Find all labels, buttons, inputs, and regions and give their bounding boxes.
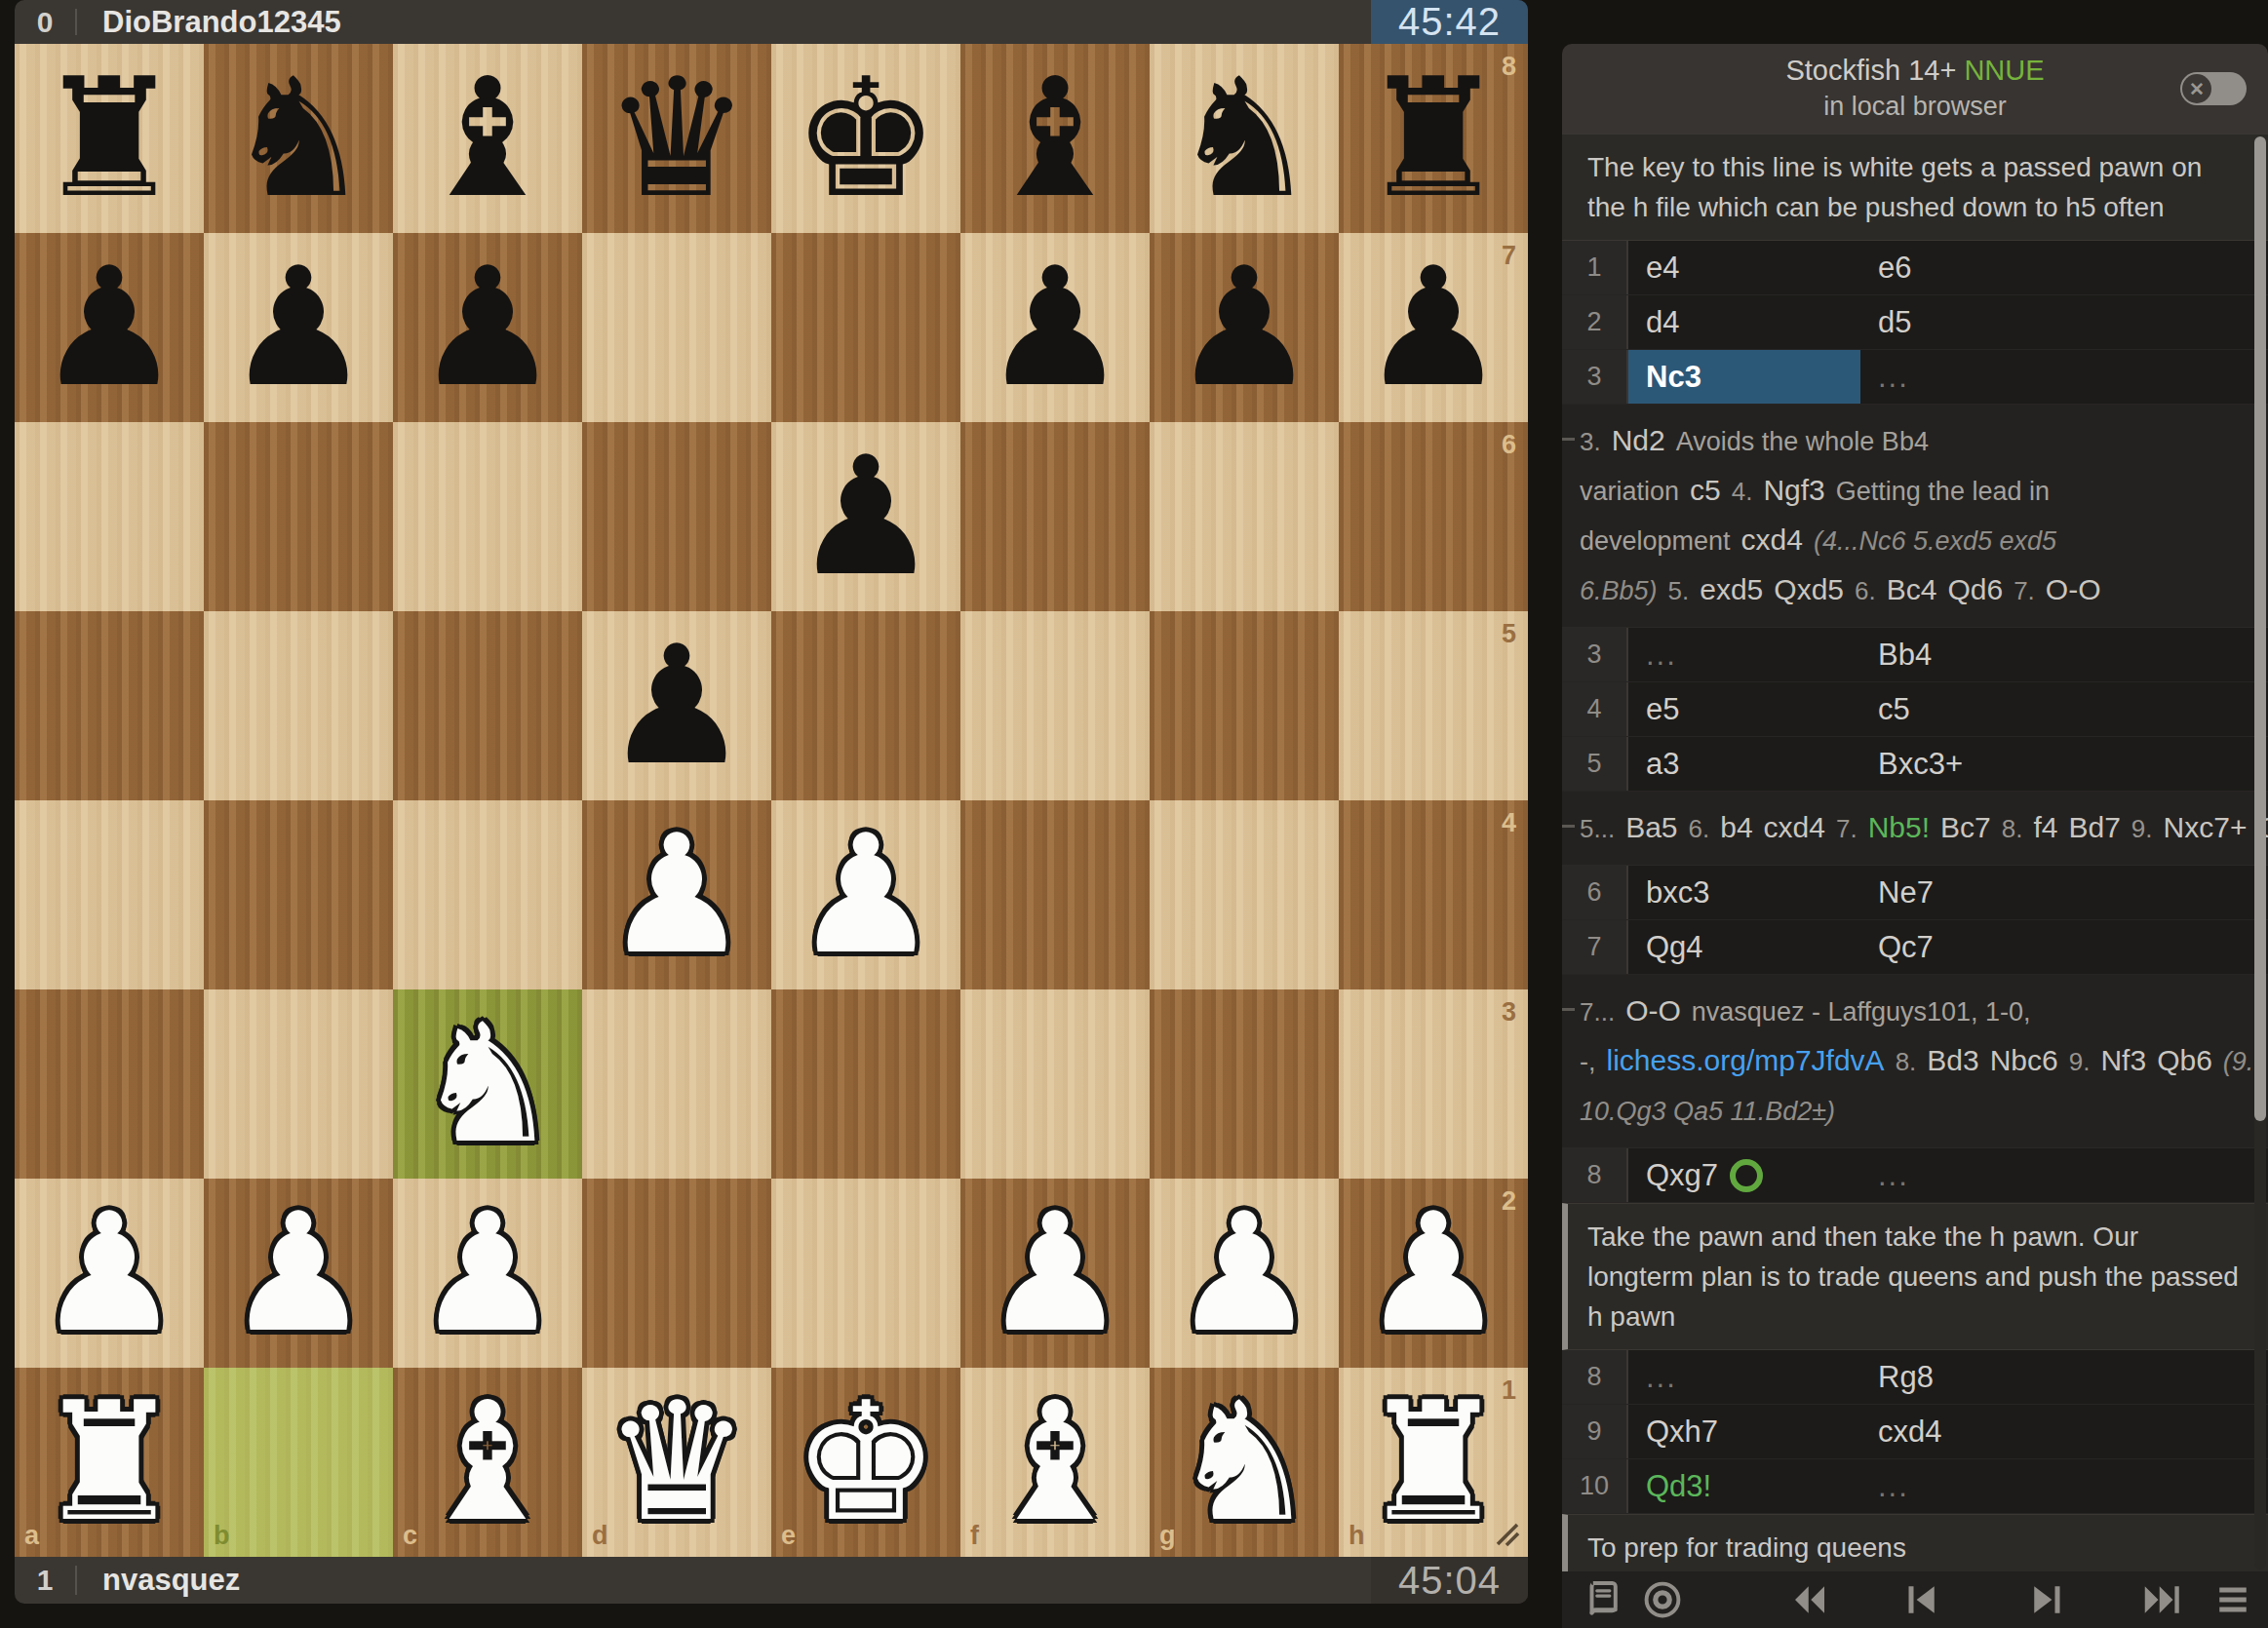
variation-move[interactable]: Ba5: [1625, 811, 1677, 843]
square-b6[interactable]: [204, 422, 393, 611]
player-bar-black: 0 DioBrando12345 45:42: [15, 0, 1528, 44]
square-f3[interactable]: [960, 989, 1150, 1179]
rank-label-6: 6: [1502, 430, 1516, 460]
scrollbar-thumb[interactable]: [2254, 136, 2266, 1121]
variation-move-number: 7...: [1580, 997, 1615, 1027]
board-column: 0 DioBrando12345 45:42 ♜♞♝♛♚♝♞♜8♟♟♟♟♟♟7♟…: [15, 0, 1528, 1604]
square-e1[interactable]: ♚e: [771, 1368, 960, 1557]
square-g4[interactable]: [1150, 800, 1339, 989]
black-move[interactable]: Rg8: [1860, 1350, 2268, 1404]
square-a7[interactable]: ♟: [15, 233, 204, 422]
black-move[interactable]: ...: [1860, 1148, 2268, 1202]
white-move[interactable]: Qxh7: [1628, 1405, 1860, 1458]
target-button[interactable]: [1642, 1579, 1683, 1620]
variation-move-number: 5.: [1668, 576, 1690, 605]
variation-move[interactable]: Bc7: [1940, 811, 1991, 843]
file-label-d: d: [592, 1521, 608, 1551]
move-number: 8: [1562, 1148, 1628, 1202]
variation-move-number: 6.: [1855, 576, 1876, 605]
variation-move[interactable]: O-O: [2046, 573, 2101, 605]
square-e7[interactable]: [771, 233, 960, 422]
variation-line: 7...O-Onvasquez - Laffguys101, 1-0, -,li…: [1562, 975, 2268, 1148]
variation-move-number: 8.: [1896, 1047, 1917, 1076]
variation-move[interactable]: Nf3: [2100, 1044, 2146, 1076]
square-a5[interactable]: [15, 611, 204, 800]
square-b4[interactable]: [204, 800, 393, 989]
engine-nnue-badge: NNUE: [1964, 55, 2044, 86]
white-pawn-piece[interactable]: ♟: [1360, 1191, 1507, 1355]
variation-move-number: 5...: [1580, 814, 1615, 843]
square-c8[interactable]: ♝: [393, 44, 582, 233]
variation-link[interactable]: lichess.org/mp7JfdvA: [1607, 1044, 1885, 1076]
skip-to-start-icon: [1788, 1580, 1831, 1619]
square-f2[interactable]: ♟: [960, 1179, 1150, 1368]
white-move[interactable]: ...: [1628, 628, 1860, 681]
move-list: The key to this line is white gets a pas…: [1562, 134, 2268, 1571]
black-pawn-piece[interactable]: ♟: [982, 246, 1129, 409]
menu-button[interactable]: [2213, 1580, 2252, 1619]
player-bar-white: 1 nvasquez 45:04: [15, 1557, 1528, 1604]
move-row: 8...Rg8: [1562, 1350, 2268, 1405]
next-button[interactable]: [2028, 1580, 2067, 1619]
black-pawn-piece[interactable]: ♟: [225, 246, 372, 409]
file-label-f: f: [970, 1521, 979, 1551]
file-label-h: h: [1349, 1521, 1365, 1551]
variation-move[interactable]: Bc4: [1887, 573, 1937, 605]
square-a1[interactable]: ♜a: [15, 1368, 204, 1557]
square-h4[interactable]: 4: [1339, 800, 1528, 989]
comment-block: To prep for trading queens: [1562, 1514, 2268, 1571]
move-row: 3...Bb4: [1562, 628, 2268, 682]
variation-move-number: 7.: [1836, 814, 1857, 843]
variation-move[interactable]: Ngf3: [1763, 474, 1824, 506]
white-move[interactable]: Nc3: [1628, 350, 1860, 404]
square-e5[interactable]: [771, 611, 960, 800]
white-bishop-piece[interactable]: ♝: [982, 1380, 1129, 1544]
square-a2[interactable]: ♟: [15, 1179, 204, 1368]
next-move-icon: [2028, 1580, 2067, 1619]
square-c3[interactable]: ♞: [393, 989, 582, 1179]
previous-move-icon: [1901, 1580, 1940, 1619]
rank-label-5: 5: [1502, 619, 1516, 649]
square-a8[interactable]: ♜: [15, 44, 204, 233]
white-knight-piece[interactable]: ♞: [414, 1002, 562, 1166]
move-number: 3: [1562, 628, 1628, 681]
square-e3[interactable]: [771, 989, 960, 1179]
white-pawn-piece[interactable]: ♟: [1171, 1191, 1318, 1355]
engine-subtitle: in local browser: [1823, 89, 2007, 125]
square-f6[interactable]: [960, 422, 1150, 611]
black-pawn-piece[interactable]: ♟: [1171, 246, 1318, 409]
variation-move[interactable]: Qd6: [1947, 573, 2003, 605]
square-f5[interactable]: [960, 611, 1150, 800]
white-pawn-piece[interactable]: ♟: [414, 1191, 562, 1355]
square-d1[interactable]: ♛d: [582, 1368, 771, 1557]
square-g7[interactable]: ♟: [1150, 233, 1339, 422]
square-d6[interactable]: [582, 422, 771, 611]
square-e8[interactable]: ♚: [771, 44, 960, 233]
square-g8[interactable]: ♞: [1150, 44, 1339, 233]
variation-move[interactable]: Bd7: [2068, 811, 2120, 843]
black-move[interactable]: Bb4: [1860, 628, 2268, 681]
square-c5[interactable]: [393, 611, 582, 800]
move-row: 8Qxg7...: [1562, 1148, 2268, 1203]
variation-move[interactable]: exd5: [1700, 573, 1763, 605]
square-f8[interactable]: ♝: [960, 44, 1150, 233]
variation-move-number: 9.: [2131, 814, 2153, 843]
file-label-b: b: [214, 1521, 230, 1551]
square-g2[interactable]: ♟: [1150, 1179, 1339, 1368]
square-d3[interactable]: [582, 989, 771, 1179]
book-button[interactable]: [1582, 1579, 1623, 1620]
file-label-g: g: [1159, 1521, 1176, 1551]
skip-first-button[interactable]: [1788, 1580, 1831, 1619]
opening-book-icon: [1582, 1579, 1623, 1620]
variation-move[interactable]: Nbc6: [1990, 1044, 2058, 1076]
square-b7[interactable]: ♟: [204, 233, 393, 422]
square-h3[interactable]: 3: [1339, 989, 1528, 1179]
move-row: 5a3Bxc3+: [1562, 737, 2268, 792]
engine-name: Stockfish 14+: [1785, 55, 1956, 86]
square-d7[interactable]: [582, 233, 771, 422]
bar-divider: [75, 9, 77, 36]
square-d5[interactable]: ♟: [582, 611, 771, 800]
black-rook-piece[interactable]: ♜: [1360, 57, 1507, 220]
black-pawn-piece[interactable]: ♟: [36, 246, 183, 409]
black-move[interactable]: ...: [1860, 1459, 2268, 1513]
square-d2[interactable]: [582, 1179, 771, 1368]
analysis-panel: Stockfish 14+ NNUE in local browser ✕ Th…: [1562, 0, 2268, 1628]
square-d4[interactable]: ♟: [582, 800, 771, 989]
variation-move[interactable]: Qxd5: [1774, 573, 1844, 605]
move-number: 3: [1562, 350, 1628, 404]
square-b3[interactable]: [204, 989, 393, 1179]
variation-move[interactable]: Bd3: [1927, 1044, 1978, 1076]
white-bishop-piece[interactable]: ♝: [414, 1380, 562, 1544]
black-pawn-piece[interactable]: ♟: [793, 435, 940, 599]
square-h2[interactable]: ♟2: [1339, 1179, 1528, 1368]
rank-label-8: 8: [1502, 52, 1516, 82]
square-h6[interactable]: 6: [1339, 422, 1528, 611]
white-move[interactable]: bxc3: [1628, 866, 1860, 919]
black-bishop-piece[interactable]: ♝: [414, 57, 562, 220]
white-pawn-piece[interactable]: ♟: [793, 813, 940, 977]
analysis-toolbar: [1562, 1571, 2268, 1628]
square-b1[interactable]: b: [204, 1368, 393, 1557]
white-rook-piece[interactable]: ♜: [1360, 1380, 1507, 1544]
square-a3[interactable]: [15, 989, 204, 1179]
black-rook-piece[interactable]: ♜: [36, 57, 183, 220]
black-move[interactable]: Qc7: [1860, 920, 2268, 974]
square-g6[interactable]: [1150, 422, 1339, 611]
variation-move[interactable]: O-O: [1625, 994, 1681, 1027]
variation-line: 3.Nd2Avoids the whole Bb4 variationc54.N…: [1562, 405, 2268, 628]
variation-move[interactable]: cxd4: [1741, 523, 1803, 556]
white-king-piece[interactable]: ♚: [793, 1380, 940, 1544]
variation-move-number: 9.: [2069, 1047, 2091, 1076]
square-e6[interactable]: ♟: [771, 422, 960, 611]
black-move[interactable]: c5: [1860, 682, 2268, 736]
comment-block: The key to this line is white gets a pas…: [1562, 134, 2268, 241]
square-d8[interactable]: ♛: [582, 44, 771, 233]
variation-good-move[interactable]: Nb5!: [1868, 811, 1930, 843]
variation-move[interactable]: Nxc7+: [2164, 811, 2248, 843]
black-queen-piece[interactable]: ♛: [604, 57, 751, 220]
move-row: 2d4d5: [1562, 295, 2268, 350]
bar-divider: [75, 1566, 77, 1595]
white-rook-piece[interactable]: ♜: [36, 1380, 183, 1544]
white-pawn-piece[interactable]: ♟: [225, 1191, 372, 1355]
white-move[interactable]: e5: [1628, 682, 1860, 736]
white-player-name[interactable]: nvasquez: [102, 1563, 240, 1598]
black-knight-piece[interactable]: ♞: [225, 57, 372, 220]
square-a6[interactable]: [15, 422, 204, 611]
variation-move-number: 8.: [2002, 814, 2023, 843]
variation-move[interactable]: c5: [1690, 474, 1721, 506]
square-b5[interactable]: [204, 611, 393, 800]
square-c6[interactable]: [393, 422, 582, 611]
white-pawn-piece[interactable]: ♟: [982, 1191, 1129, 1355]
black-pawn-piece[interactable]: ♟: [1360, 246, 1507, 409]
white-move[interactable]: e4: [1628, 241, 1860, 294]
square-b8[interactable]: ♞: [204, 44, 393, 233]
file-label-e: e: [781, 1521, 796, 1551]
white-pawn-piece[interactable]: ♟: [36, 1191, 183, 1355]
file-label-c: c: [403, 1521, 417, 1551]
square-a4[interactable]: [15, 800, 204, 989]
menu-icon: [2213, 1580, 2252, 1619]
practice-target-icon: [1642, 1579, 1683, 1620]
move-row: 7Qg4Qc7: [1562, 920, 2268, 975]
black-knight-piece[interactable]: ♞: [1171, 57, 1318, 220]
rank-label-7: 7: [1502, 241, 1516, 271]
black-move[interactable]: e6: [1860, 241, 2268, 294]
move-number: 6: [1562, 866, 1628, 919]
black-pawn-piece[interactable]: ♟: [604, 624, 751, 788]
variation-move[interactable]: b4: [1720, 811, 1752, 843]
white-move[interactable]: ...: [1628, 1350, 1860, 1404]
board-resize-handle[interactable]: [1490, 1517, 1523, 1550]
square-g3[interactable]: [1150, 989, 1339, 1179]
prev-button[interactable]: [1901, 1580, 1940, 1619]
engine-header: Stockfish 14+ NNUE in local browser ✕: [1562, 44, 2268, 134]
black-move[interactable]: d5: [1860, 295, 2268, 349]
square-e2[interactable]: [771, 1179, 960, 1368]
black-move[interactable]: Ne7: [1860, 866, 2268, 919]
move-number: 2: [1562, 295, 1628, 349]
move-row: 10Qd3!...: [1562, 1459, 2268, 1514]
square-g5[interactable]: [1150, 611, 1339, 800]
move-row: 4e5c5: [1562, 682, 2268, 737]
square-f7[interactable]: ♟: [960, 233, 1150, 422]
square-h7[interactable]: ♟7: [1339, 233, 1528, 422]
white-clock: 45:04: [1371, 1557, 1528, 1604]
comment-block: Take the pawn and then take the h pawn. …: [1562, 1203, 2268, 1350]
engine-toggle-off-icon: ✕: [2182, 74, 2211, 103]
analysis-page: 0 DioBrando12345 45:42 ♜♞♝♛♚♝♞♜8♟♟♟♟♟♟7♟…: [0, 0, 2268, 1628]
black-score-badge: 0: [15, 6, 75, 39]
white-move[interactable]: a3: [1628, 737, 1860, 791]
rank-label-4: 4: [1502, 808, 1516, 838]
move-number: 7: [1562, 920, 1628, 974]
square-g1[interactable]: ♞g: [1150, 1368, 1339, 1557]
black-king-piece[interactable]: ♚: [793, 57, 940, 220]
variation-move-number: 7.: [2014, 576, 2035, 605]
white-queen-piece[interactable]: ♛: [604, 1380, 751, 1544]
white-move[interactable]: Qd3!: [1628, 1459, 1860, 1513]
engine-toggle[interactable]: ✕: [2180, 72, 2247, 105]
square-e4[interactable]: ♟: [771, 800, 960, 989]
skip-last-button[interactable]: [2139, 1580, 2182, 1619]
square-c7[interactable]: ♟: [393, 233, 582, 422]
variation-move-number: 4.: [1732, 477, 1753, 506]
variation-move[interactable]: Qb6: [2157, 1044, 2212, 1076]
square-b2[interactable]: ♟: [204, 1179, 393, 1368]
move-row: 9Qxh7cxd4: [1562, 1405, 2268, 1459]
rank-label-2: 2: [1502, 1186, 1516, 1217]
chess-board: ♜♞♝♛♚♝♞♜8♟♟♟♟♟♟7♟6♟5♟♟4♞3♟♟♟♟♟♟2♜ab♝c♛d♚…: [15, 44, 1528, 1557]
square-f1[interactable]: ♝f: [960, 1368, 1150, 1557]
rank-label-3: 3: [1502, 997, 1516, 1027]
white-knight-piece[interactable]: ♞: [1171, 1380, 1318, 1544]
skip-to-end-icon: [2139, 1580, 2182, 1619]
variation-move[interactable]: f4: [2033, 811, 2057, 843]
move-number: 5: [1562, 737, 1628, 791]
black-clock: 45:42: [1371, 0, 1528, 44]
black-move[interactable]: cxd4: [1860, 1405, 2268, 1458]
rank-label-1: 1: [1502, 1376, 1516, 1406]
move-number: 10: [1562, 1459, 1628, 1513]
black-player-name[interactable]: DioBrando12345: [102, 5, 341, 40]
file-label-a: a: [24, 1521, 39, 1551]
black-pawn-piece[interactable]: ♟: [414, 246, 562, 409]
black-move[interactable]: Bxc3+: [1860, 737, 2268, 791]
white-score-badge: 1: [15, 1564, 75, 1597]
good-move-circle-icon: [1730, 1159, 1763, 1192]
move-number: 1: [1562, 241, 1628, 294]
square-f4[interactable]: [960, 800, 1150, 989]
engine-title: Stockfish 14+ NNUE: [1785, 53, 2044, 89]
variation-move[interactable]: cxd4: [1764, 811, 1825, 843]
square-c4[interactable]: [393, 800, 582, 989]
variation-move-number: 3.: [1580, 427, 1601, 456]
square-c1[interactable]: ♝c: [393, 1368, 582, 1557]
move-number: 9: [1562, 1405, 1628, 1458]
square-h8[interactable]: ♜8: [1339, 44, 1528, 233]
white-pawn-piece[interactable]: ♟: [604, 813, 751, 977]
white-move[interactable]: Qxg7: [1628, 1148, 1860, 1202]
variation-line: 5...Ba56.b4cxd47.Nb5!Bc78.f4Bd79.Nxc7+Qx…: [1562, 792, 2268, 866]
black-move[interactable]: ...: [1860, 350, 2268, 404]
black-bishop-piece[interactable]: ♝: [982, 57, 1129, 220]
variation-move-number: 6.: [1689, 814, 1710, 843]
square-c2[interactable]: ♟: [393, 1179, 582, 1368]
white-move[interactable]: Qg4: [1628, 920, 1860, 974]
square-h5[interactable]: 5: [1339, 611, 1528, 800]
variation-move[interactable]: Nd2: [1612, 424, 1665, 456]
move-row: 3Nc3...: [1562, 350, 2268, 405]
move-number: 4: [1562, 682, 1628, 736]
move-row: 6bxc3Ne7: [1562, 866, 2268, 920]
move-number: 8: [1562, 1350, 1628, 1404]
white-move[interactable]: d4: [1628, 295, 1860, 349]
move-row: 1e4e6: [1562, 241, 2268, 295]
